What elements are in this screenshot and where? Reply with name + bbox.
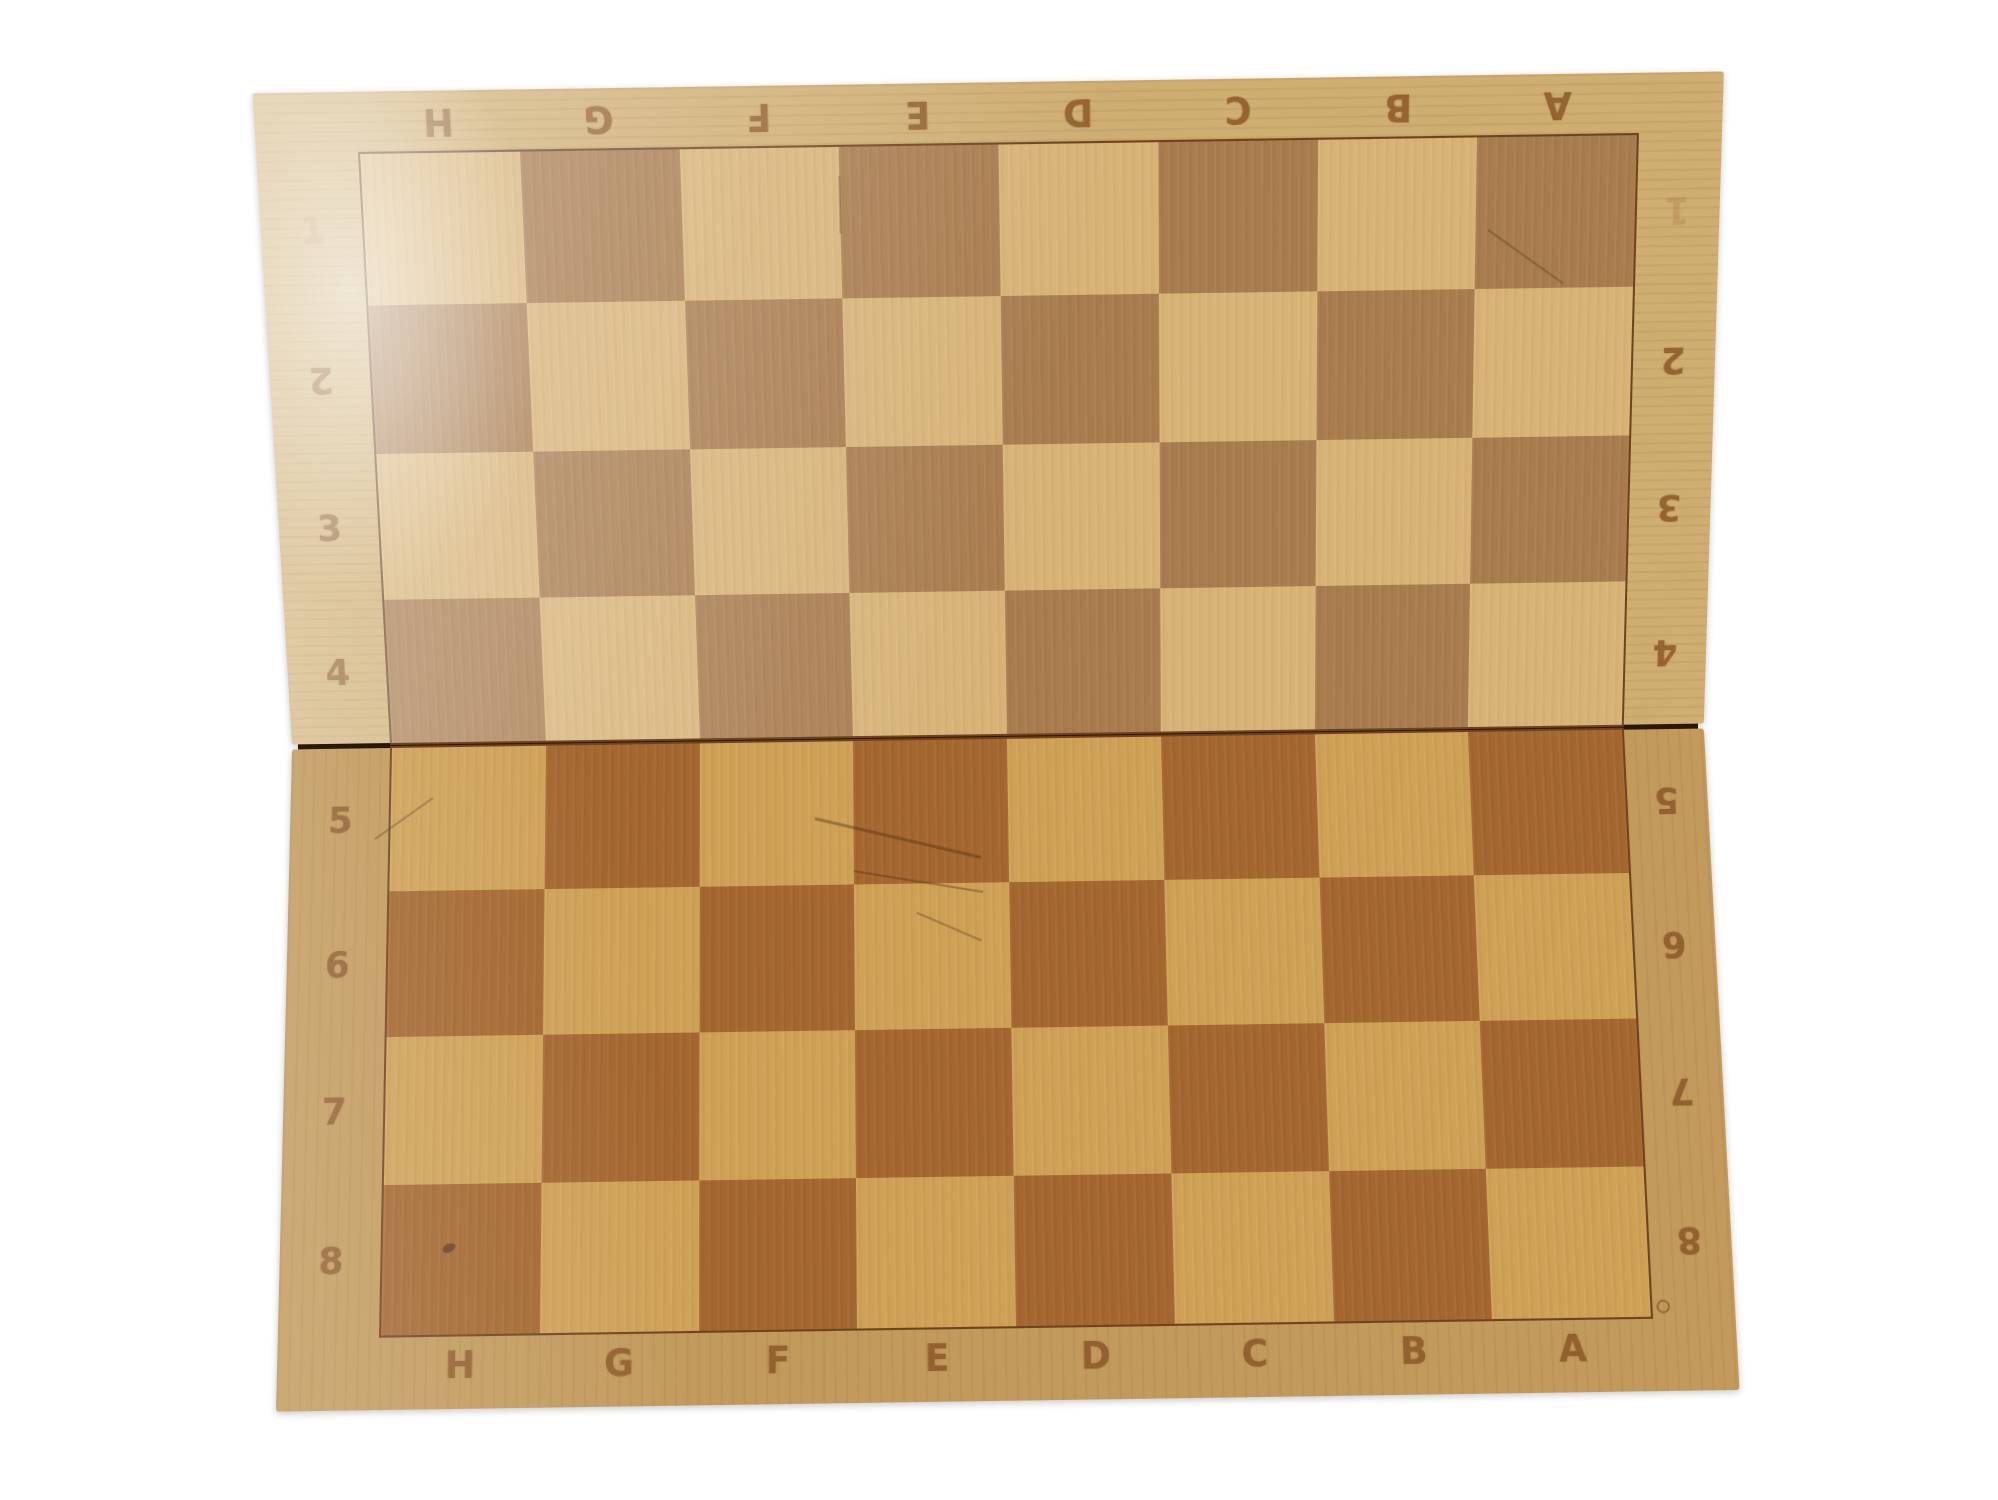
- square-h4: [384, 598, 545, 743]
- rank-label-left-7: 7: [281, 1037, 386, 1187]
- square-a8: [1486, 1166, 1651, 1319]
- square-e6: [854, 882, 1011, 1030]
- square-c7: [1168, 1023, 1329, 1173]
- board-top-panel: HGFEDCBA 1234 1234: [253, 72, 1724, 745]
- square-h5: [389, 746, 545, 892]
- file-label-bottom-E: E: [857, 1326, 1017, 1390]
- square-a3: [1470, 435, 1629, 583]
- square-e4: [850, 591, 1007, 737]
- rank-label-right-3: 3: [1625, 434, 1712, 581]
- file-label-top-D: D: [998, 80, 1158, 145]
- square-g2: [526, 301, 689, 452]
- square-d8: [1014, 1173, 1175, 1326]
- file-label-top-F: F: [677, 85, 839, 150]
- square-c6: [1164, 878, 1324, 1026]
- file-label-bottom-C: C: [1175, 1321, 1336, 1385]
- rank-label-right-8: 8: [1643, 1165, 1735, 1317]
- rank-label-right-2: 2: [1629, 285, 1717, 435]
- square-f8: [698, 1178, 857, 1331]
- square-f3: [690, 447, 850, 595]
- square-f4: [695, 593, 854, 738]
- square-c5: [1161, 734, 1319, 880]
- square-f2: [684, 298, 846, 449]
- square-g6: [543, 887, 699, 1035]
- square-g1: [520, 149, 685, 303]
- chessboard: HGFEDCBA 1234 1234 5678 5678 HGFEDCBA: [283, 94, 1714, 1392]
- square-d7: [1011, 1025, 1171, 1175]
- square-e5: [853, 739, 1009, 885]
- square-c8: [1171, 1171, 1333, 1324]
- square-d5: [1007, 737, 1164, 883]
- square-d3: [1003, 442, 1160, 590]
- square-g7: [541, 1032, 699, 1182]
- square-c1: [1158, 140, 1318, 294]
- rank-label-left-6: 6: [285, 891, 389, 1038]
- square-e8: [856, 1176, 1016, 1329]
- square-a6: [1474, 873, 1636, 1021]
- file-label-bottom-H: H: [380, 1333, 540, 1397]
- square-b5: [1314, 732, 1474, 878]
- square-h3: [376, 452, 539, 600]
- square-d4: [1005, 588, 1161, 734]
- square-g3: [533, 449, 695, 597]
- file-label-bottom-G: G: [539, 1331, 698, 1395]
- square-e2: [843, 296, 1003, 447]
- rank-label-left-5: 5: [289, 748, 392, 893]
- square-c2: [1159, 291, 1317, 442]
- file-label-top-G: G: [517, 87, 679, 152]
- rank-label-left-4: 4: [283, 600, 392, 745]
- square-f1: [679, 147, 842, 301]
- grid-ranks-1-4: [360, 135, 1637, 743]
- grid-ranks-5-8: [381, 730, 1651, 1336]
- rank-label-left-1: 1: [256, 154, 368, 307]
- square-b2: [1316, 289, 1475, 440]
- square-d1: [998, 142, 1158, 296]
- square-e1: [839, 145, 1001, 299]
- right-rank-labels-top: 1234: [1622, 134, 1722, 725]
- square-f6: [699, 884, 855, 1032]
- file-label-bottom-F: F: [698, 1329, 857, 1393]
- file-label-top-A: A: [1477, 73, 1638, 138]
- square-a4: [1468, 581, 1625, 727]
- rank-label-right-7: 7: [1636, 1017, 1727, 1166]
- file-label-top-C: C: [1158, 78, 1318, 143]
- rank-label-left-8: 8: [278, 1185, 384, 1337]
- square-g5: [544, 743, 699, 889]
- rank-label-left-3: 3: [274, 454, 384, 601]
- photo-background: HGFEDCBA 1234 1234 5678 5678 HGFEDCBA: [0, 0, 1998, 1500]
- square-a2: [1473, 287, 1633, 438]
- rank-label-right-1: 1: [1633, 134, 1722, 287]
- rank-label-right-4: 4: [1622, 580, 1708, 725]
- file-label-bottom-D: D: [1016, 1324, 1176, 1388]
- square-h2: [368, 303, 533, 454]
- square-f5: [699, 741, 854, 887]
- square-b7: [1324, 1021, 1486, 1171]
- square-b1: [1317, 137, 1477, 291]
- square-e3: [846, 445, 1005, 593]
- square-c3: [1159, 440, 1316, 588]
- rank-label-right-6: 6: [1629, 872, 1719, 1019]
- square-b3: [1315, 438, 1472, 586]
- square-h7: [384, 1035, 543, 1185]
- rank-label-right-5: 5: [1622, 729, 1712, 873]
- square-a5: [1468, 730, 1629, 876]
- square-g4: [539, 595, 699, 740]
- square-d6: [1009, 880, 1167, 1028]
- square-f7: [699, 1030, 856, 1180]
- left-rank-labels-bottom: 5678: [278, 748, 392, 1337]
- file-label-top-B: B: [1318, 75, 1479, 140]
- square-h6: [387, 889, 545, 1037]
- square-b8: [1329, 1169, 1493, 1322]
- square-e7: [855, 1028, 1013, 1178]
- square-h1: [360, 152, 526, 306]
- square-b6: [1319, 875, 1480, 1023]
- file-label-bottom-A: A: [1492, 1317, 1654, 1381]
- square-h8: [381, 1183, 541, 1336]
- square-a1: [1475, 135, 1637, 289]
- file-label-bottom-B: B: [1333, 1319, 1494, 1383]
- square-g8: [540, 1180, 699, 1333]
- file-label-top-E: E: [837, 82, 998, 147]
- rank-label-left-2: 2: [265, 305, 376, 455]
- file-label-top-H: H: [357, 89, 520, 154]
- square-a7: [1480, 1019, 1643, 1169]
- square-c4: [1160, 586, 1315, 732]
- board-bottom-panel: 5678 5678 HGFEDCBA: [276, 729, 1740, 1412]
- square-d2: [1001, 294, 1160, 445]
- square-b4: [1314, 584, 1470, 730]
